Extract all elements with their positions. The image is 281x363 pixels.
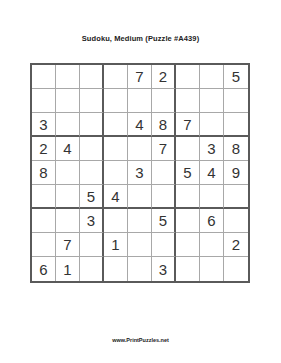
cell-r8c7-empty	[176, 233, 200, 257]
cell-r9c5-empty	[128, 257, 152, 281]
cell-r6c4-given-4: 4	[104, 185, 128, 209]
cell-r4c8-given-3: 3	[200, 137, 224, 161]
cell-r2c9-empty	[224, 89, 248, 113]
cell-r7c7-empty	[176, 209, 200, 233]
cell-r2c1-empty	[32, 89, 56, 113]
sudoku-board: 7253487247388354954356712613	[30, 63, 250, 283]
puzzle-page: Sudoku, Medium (Puzzle #A439) 7253487247…	[0, 0, 281, 363]
cell-r3c4-empty	[104, 113, 128, 137]
cell-r3c6-given-8: 8	[152, 113, 176, 137]
cell-r8c1-empty	[32, 233, 56, 257]
cell-r5c2-empty	[56, 161, 80, 185]
cell-r3c5-given-4: 4	[128, 113, 152, 137]
cell-r2c2-empty	[56, 89, 80, 113]
cell-r1c9-given-5: 5	[224, 65, 248, 89]
cell-r7c2-empty	[56, 209, 80, 233]
cell-r6c6-empty	[152, 185, 176, 209]
cell-r6c2-empty	[56, 185, 80, 209]
cell-r5c5-given-3: 3	[128, 161, 152, 185]
cell-r1c5-given-7: 7	[128, 65, 152, 89]
cell-r3c3-empty	[80, 113, 104, 137]
cell-r5c7-given-5: 5	[176, 161, 200, 185]
cell-r4c1-given-2: 2	[32, 137, 56, 161]
cell-r9c8-empty	[200, 257, 224, 281]
cell-r5c8-given-4: 4	[200, 161, 224, 185]
cell-r7c5-empty	[128, 209, 152, 233]
cell-r7c9-empty	[224, 209, 248, 233]
cell-r1c1-empty	[32, 65, 56, 89]
cell-r2c5-empty	[128, 89, 152, 113]
cell-r3c7-given-7: 7	[176, 113, 200, 137]
cell-r1c4-empty	[104, 65, 128, 89]
cell-r8c8-empty	[200, 233, 224, 257]
cell-r4c2-given-4: 4	[56, 137, 80, 161]
cell-r9c1-given-6: 6	[32, 257, 56, 281]
cell-r8c3-empty	[80, 233, 104, 257]
cell-r7c6-given-5: 5	[152, 209, 176, 233]
cell-r7c1-empty	[32, 209, 56, 233]
cell-r3c8-empty	[200, 113, 224, 137]
cell-r2c8-empty	[200, 89, 224, 113]
cell-r2c6-empty	[152, 89, 176, 113]
cell-r9c4-empty	[104, 257, 128, 281]
cell-r8c4-given-1: 1	[104, 233, 128, 257]
cell-r6c3-given-5: 5	[80, 185, 104, 209]
cell-r4c4-empty	[104, 137, 128, 161]
cell-r8c6-empty	[152, 233, 176, 257]
cell-r9c6-given-3: 3	[152, 257, 176, 281]
cell-r5c4-empty	[104, 161, 128, 185]
cell-r1c3-empty	[80, 65, 104, 89]
cell-r8c9-given-2: 2	[224, 233, 248, 257]
cell-r5c3-empty	[80, 161, 104, 185]
cell-r4c5-empty	[128, 137, 152, 161]
cell-r9c7-empty	[176, 257, 200, 281]
cell-r1c6-given-2: 2	[152, 65, 176, 89]
cell-r6c7-empty	[176, 185, 200, 209]
footer-url: www.PrintPuzzles.net	[0, 337, 281, 343]
cell-r5c6-empty	[152, 161, 176, 185]
cell-r2c7-empty	[176, 89, 200, 113]
cell-r9c2-given-1: 1	[56, 257, 80, 281]
cell-r4c9-given-8: 8	[224, 137, 248, 161]
cell-r3c1-given-3: 3	[32, 113, 56, 137]
cell-r6c9-empty	[224, 185, 248, 209]
cell-r5c1-given-8: 8	[32, 161, 56, 185]
cell-r9c3-empty	[80, 257, 104, 281]
cell-r2c4-empty	[104, 89, 128, 113]
cell-r1c7-empty	[176, 65, 200, 89]
cell-r8c5-empty	[128, 233, 152, 257]
cell-r3c2-empty	[56, 113, 80, 137]
cell-r8c2-given-7: 7	[56, 233, 80, 257]
cell-r7c4-empty	[104, 209, 128, 233]
cell-r3c9-empty	[224, 113, 248, 137]
cell-r1c8-empty	[200, 65, 224, 89]
cell-r4c7-empty	[176, 137, 200, 161]
cell-r5c9-given-9: 9	[224, 161, 248, 185]
puzzle-title: Sudoku, Medium (Puzzle #A439)	[0, 34, 281, 43]
cell-r2c3-empty	[80, 89, 104, 113]
cell-r9c9-empty	[224, 257, 248, 281]
cell-r6c1-empty	[32, 185, 56, 209]
cell-r6c5-empty	[128, 185, 152, 209]
cell-r6c8-empty	[200, 185, 224, 209]
cell-r7c3-given-3: 3	[80, 209, 104, 233]
cell-r7c8-given-6: 6	[200, 209, 224, 233]
cell-r4c3-empty	[80, 137, 104, 161]
cell-r1c2-empty	[56, 65, 80, 89]
cell-r4c6-given-7: 7	[152, 137, 176, 161]
